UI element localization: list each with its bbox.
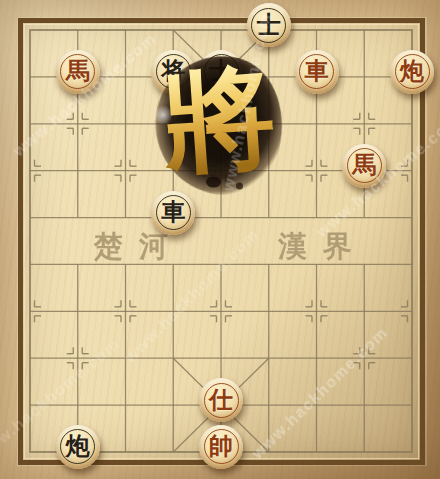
piece-glyph: 仕 <box>209 388 233 412</box>
piece-red-general[interactable]: 帥 <box>199 425 243 469</box>
river-label-right: 漢界 <box>262 227 368 267</box>
piece-black-advisor[interactable]: 士 <box>199 50 243 94</box>
piece-glyph: 炮 <box>66 434 90 458</box>
piece-glyph: 士 <box>209 59 233 83</box>
piece-red-cannon[interactable]: 炮 <box>390 50 434 94</box>
piece-glyph: 馬 <box>352 153 376 177</box>
piece-black-general[interactable]: 将 <box>151 50 195 94</box>
piece-black-advisor[interactable]: 士 <box>247 3 291 47</box>
piece-glyph: 士 <box>257 13 281 37</box>
piece-red-horse[interactable]: 馬 <box>342 144 386 188</box>
xiangqi-board-screenshot: 楚河 漢界 士馬将士車炮馬車仕炮帥 將 www.hackhome.comwww.… <box>0 0 440 479</box>
piece-glyph: 炮 <box>400 59 424 83</box>
piece-black-chariot[interactable]: 車 <box>151 191 195 235</box>
piece-glyph: 車 <box>161 200 185 224</box>
piece-red-advisor[interactable]: 仕 <box>199 378 243 422</box>
piece-glyph: 帥 <box>209 434 233 458</box>
piece-red-chariot[interactable]: 車 <box>295 50 339 94</box>
piece-red-horse[interactable]: 馬 <box>56 50 100 94</box>
piece-glyph: 車 <box>305 59 329 83</box>
piece-glyph: 将 <box>161 59 185 83</box>
piece-glyph: 馬 <box>66 59 90 83</box>
piece-black-cannon[interactable]: 炮 <box>56 425 100 469</box>
